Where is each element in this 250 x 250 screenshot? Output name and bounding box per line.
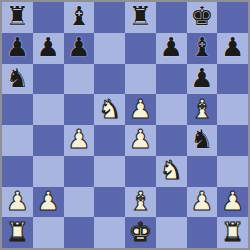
square-c3[interactable] — [64, 156, 95, 187]
piece-black-knight[interactable]: ♞ — [190, 126, 213, 152]
square-d8[interactable] — [94, 2, 125, 33]
square-g8[interactable]: ♚ — [187, 2, 218, 33]
square-c8[interactable]: ♝ — [64, 2, 95, 33]
piece-black-bishop[interactable]: ♝ — [190, 34, 213, 60]
square-g5[interactable]: ♝ — [187, 94, 218, 125]
piece-black-knight[interactable]: ♞ — [6, 65, 29, 91]
piece-black-pawn[interactable]: ♟ — [221, 34, 244, 60]
piece-white-pawn[interactable]: ♟ — [67, 126, 90, 152]
square-h8[interactable] — [217, 2, 248, 33]
square-h1[interactable]: ♜ — [217, 217, 248, 248]
square-g2[interactable]: ♟ — [187, 187, 218, 218]
piece-white-pawn[interactable]: ♟ — [36, 188, 59, 214]
square-g3[interactable] — [187, 156, 218, 187]
square-b7[interactable]: ♟ — [33, 33, 64, 64]
square-e1[interactable]: ♚ — [125, 217, 156, 248]
square-h4[interactable] — [217, 125, 248, 156]
square-d7[interactable] — [94, 33, 125, 64]
square-e2[interactable]: ♝ — [125, 187, 156, 218]
chess-board: ♜♝♜♚♟♟♟♟♝♟♞♟♞♟♝♟♟♞♞♟♟♝♟♟♜♚♜ — [0, 0, 250, 250]
square-b4[interactable] — [33, 125, 64, 156]
square-b1[interactable] — [33, 217, 64, 248]
piece-black-king[interactable]: ♚ — [190, 3, 213, 29]
board-grid: ♜♝♜♚♟♟♟♟♝♟♞♟♞♟♝♟♟♞♞♟♟♝♟♟♜♚♜ — [2, 2, 248, 248]
square-g6[interactable]: ♟ — [187, 64, 218, 95]
square-c1[interactable] — [64, 217, 95, 248]
square-a6[interactable]: ♞ — [2, 64, 33, 95]
square-d5[interactable]: ♞ — [94, 94, 125, 125]
square-h6[interactable] — [217, 64, 248, 95]
piece-white-bishop[interactable]: ♝ — [129, 188, 152, 214]
square-b5[interactable] — [33, 94, 64, 125]
square-d4[interactable] — [94, 125, 125, 156]
square-c6[interactable] — [64, 64, 95, 95]
piece-white-bishop[interactable]: ♝ — [190, 96, 213, 122]
square-h3[interactable] — [217, 156, 248, 187]
square-f1[interactable] — [156, 217, 187, 248]
piece-white-pawn[interactable]: ♟ — [129, 126, 152, 152]
piece-black-rook[interactable]: ♜ — [6, 3, 29, 29]
square-b2[interactable]: ♟ — [33, 187, 64, 218]
square-c7[interactable]: ♟ — [64, 33, 95, 64]
square-g1[interactable] — [187, 217, 218, 248]
square-h5[interactable] — [217, 94, 248, 125]
square-a2[interactable]: ♟ — [2, 187, 33, 218]
square-d6[interactable] — [94, 64, 125, 95]
square-b3[interactable] — [33, 156, 64, 187]
piece-white-knight[interactable]: ♞ — [98, 96, 121, 122]
square-a1[interactable]: ♜ — [2, 217, 33, 248]
square-a3[interactable] — [2, 156, 33, 187]
square-f7[interactable]: ♟ — [156, 33, 187, 64]
piece-black-bishop[interactable]: ♝ — [67, 3, 90, 29]
square-a5[interactable] — [2, 94, 33, 125]
square-c4[interactable]: ♟ — [64, 125, 95, 156]
piece-white-rook[interactable]: ♜ — [6, 219, 29, 245]
square-e3[interactable] — [125, 156, 156, 187]
square-f6[interactable] — [156, 64, 187, 95]
square-e7[interactable] — [125, 33, 156, 64]
square-h7[interactable]: ♟ — [217, 33, 248, 64]
square-e4[interactable]: ♟ — [125, 125, 156, 156]
square-a4[interactable] — [2, 125, 33, 156]
piece-white-pawn[interactable]: ♟ — [129, 96, 152, 122]
square-f2[interactable] — [156, 187, 187, 218]
square-h2[interactable]: ♟ — [217, 187, 248, 218]
square-a8[interactable]: ♜ — [2, 2, 33, 33]
square-e6[interactable] — [125, 64, 156, 95]
piece-white-pawn[interactable]: ♟ — [190, 188, 213, 214]
square-e5[interactable]: ♟ — [125, 94, 156, 125]
piece-white-knight[interactable]: ♞ — [159, 157, 182, 183]
square-f3[interactable]: ♞ — [156, 156, 187, 187]
square-f8[interactable] — [156, 2, 187, 33]
piece-white-pawn[interactable]: ♟ — [221, 188, 244, 214]
square-b6[interactable] — [33, 64, 64, 95]
square-b8[interactable] — [33, 2, 64, 33]
square-e8[interactable]: ♜ — [125, 2, 156, 33]
piece-white-king[interactable]: ♚ — [129, 219, 152, 245]
square-d1[interactable] — [94, 217, 125, 248]
piece-black-pawn[interactable]: ♟ — [159, 34, 182, 60]
piece-white-rook[interactable]: ♜ — [221, 219, 244, 245]
square-g4[interactable]: ♞ — [187, 125, 218, 156]
piece-white-pawn[interactable]: ♟ — [6, 188, 29, 214]
square-a7[interactable]: ♟ — [2, 33, 33, 64]
piece-black-pawn[interactable]: ♟ — [6, 34, 29, 60]
piece-black-pawn[interactable]: ♟ — [36, 34, 59, 60]
piece-black-rook[interactable]: ♜ — [129, 3, 152, 29]
square-d3[interactable] — [94, 156, 125, 187]
square-f5[interactable] — [156, 94, 187, 125]
square-c5[interactable] — [64, 94, 95, 125]
piece-black-pawn[interactable]: ♟ — [190, 65, 213, 91]
square-d2[interactable] — [94, 187, 125, 218]
square-g7[interactable]: ♝ — [187, 33, 218, 64]
square-c2[interactable] — [64, 187, 95, 218]
piece-black-pawn[interactable]: ♟ — [67, 34, 90, 60]
square-f4[interactable] — [156, 125, 187, 156]
